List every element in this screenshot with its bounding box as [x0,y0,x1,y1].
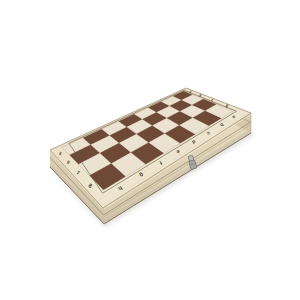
product-photo-chess-box: 56785678hgfedcba [0,0,300,300]
chess-box-render: 56785678hgfedcba [0,0,300,300]
